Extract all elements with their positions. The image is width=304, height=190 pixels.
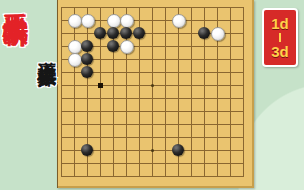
black-stone	[107, 40, 119, 52]
black-stone	[81, 40, 93, 52]
white-stone	[68, 53, 82, 67]
black-stone	[94, 27, 106, 39]
black-stone	[81, 53, 93, 65]
star-point	[151, 84, 154, 87]
white-stone	[81, 14, 95, 28]
white-stone	[120, 14, 134, 28]
white-stone	[211, 27, 225, 41]
go-board	[57, 0, 254, 188]
white-stone	[107, 14, 121, 28]
rank-bottom-label: 3d	[271, 44, 289, 59]
black-stone	[198, 27, 210, 39]
black-stone	[120, 27, 132, 39]
black-stone	[133, 27, 145, 39]
black-stone	[81, 66, 93, 78]
white-stone	[120, 40, 134, 54]
white-stone	[68, 14, 82, 28]
go-board-grid	[61, 7, 244, 177]
black-stone	[81, 144, 93, 156]
rank-top-label: 1d	[271, 16, 289, 31]
star-point	[151, 149, 154, 152]
white-stone	[68, 40, 82, 54]
black-stone	[107, 27, 119, 39]
rank-range-badge: 1d 3d	[262, 8, 298, 67]
video-thumbnail: 斩断实战恶手 探索棋之正道 1d 3d	[0, 0, 304, 190]
square-marker	[98, 83, 103, 88]
white-stone	[172, 14, 186, 28]
rank-separator-bar	[279, 33, 281, 42]
black-stone	[172, 144, 184, 156]
